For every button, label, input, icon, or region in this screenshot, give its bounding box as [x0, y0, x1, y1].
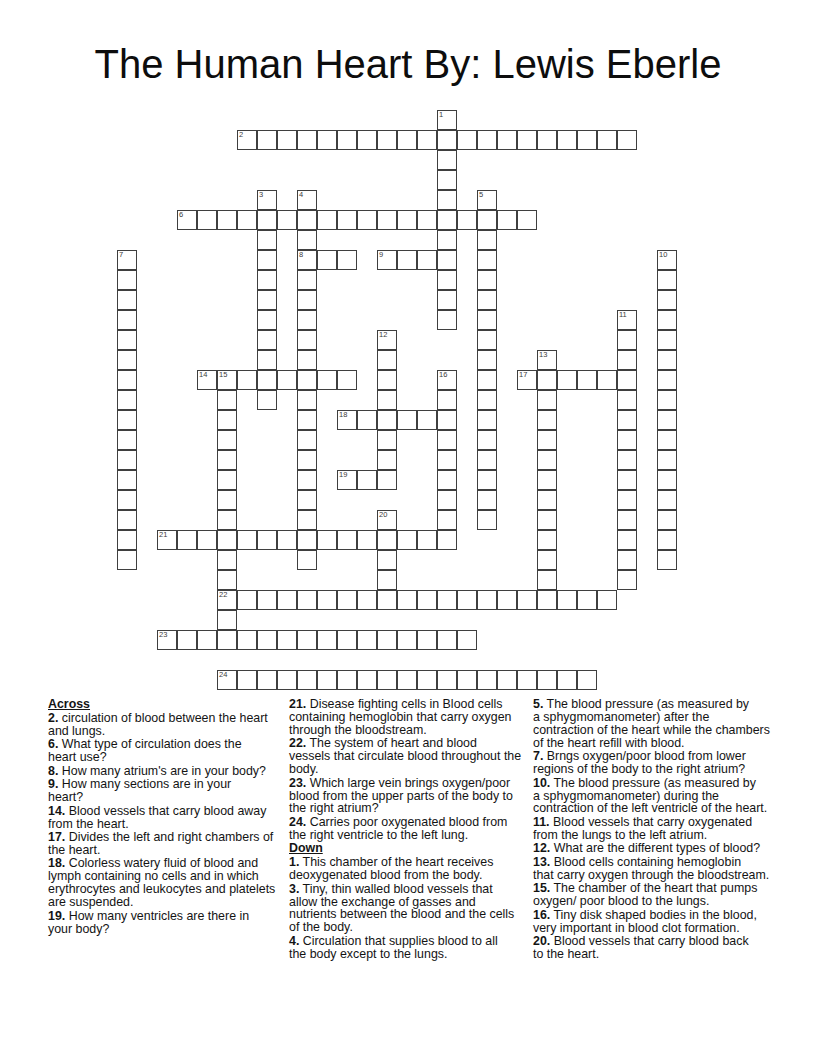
crossword-grid: 123456789101112131415161718192021222324	[117, 110, 678, 691]
grid-cell[interactable]	[617, 330, 637, 350]
grid-cell[interactable]: 24	[217, 670, 237, 690]
grid-cell[interactable]	[357, 410, 377, 430]
grid-cell[interactable]	[297, 510, 317, 530]
grid-cell[interactable]	[477, 450, 497, 470]
grid-cell[interactable]	[477, 290, 497, 310]
grid-cell[interactable]	[477, 670, 497, 690]
clue-text: Brngs oxygen/poor blood from lower regio…	[533, 749, 746, 776]
grid-cell[interactable]	[297, 270, 317, 290]
grid-cell[interactable]	[617, 450, 637, 470]
grid-cell[interactable]	[477, 210, 497, 230]
grid-cell[interactable]	[537, 490, 557, 510]
grid-cell[interactable]	[457, 130, 477, 150]
grid-cell[interactable]	[297, 210, 317, 230]
grid-cell[interactable]	[557, 590, 577, 610]
grid-cell[interactable]	[257, 250, 277, 270]
grid-cell[interactable]	[117, 530, 137, 550]
grid-cell[interactable]	[437, 150, 457, 170]
grid-cell[interactable]	[117, 430, 137, 450]
grid-cell[interactable]	[397, 630, 417, 650]
grid-cell[interactable]	[417, 590, 437, 610]
grid-cell[interactable]	[437, 310, 457, 330]
grid-cell[interactable]	[297, 130, 317, 150]
grid-cell[interactable]: 16	[437, 370, 457, 390]
grid-cell[interactable]	[417, 630, 437, 650]
grid-cell[interactable]	[257, 350, 277, 370]
grid-cell[interactable]	[257, 330, 277, 350]
grid-cell[interactable]	[397, 530, 417, 550]
grid-cell[interactable]	[437, 430, 457, 450]
grid-cell[interactable]	[597, 130, 617, 150]
clue-text: What are the different types of blood?	[554, 841, 760, 855]
grid-cell[interactable]	[257, 130, 277, 150]
clue-number: 12.	[533, 841, 550, 855]
grid-cell[interactable]	[297, 310, 317, 330]
grid-cell[interactable]	[437, 210, 457, 230]
grid-cell[interactable]: 23	[157, 630, 177, 650]
grid-cell[interactable]	[117, 390, 137, 410]
grid-cell[interactable]	[297, 630, 317, 650]
grid-cell[interactable]	[537, 530, 557, 550]
cell-number-label: 5	[479, 191, 483, 199]
grid-cell[interactable]	[217, 450, 237, 470]
grid-cell[interactable]	[557, 130, 577, 150]
grid-cell[interactable]	[277, 130, 297, 150]
grid-cell[interactable]	[657, 530, 677, 550]
grid-cell[interactable]	[537, 410, 557, 430]
grid-cell[interactable]	[617, 490, 637, 510]
grid-cell[interactable]	[377, 450, 397, 470]
clue-text: Blood vessels that carry blood back to t…	[533, 934, 749, 961]
grid-cell[interactable]	[357, 210, 377, 230]
grid-cell[interactable]	[297, 590, 317, 610]
grid-cell[interactable]	[437, 410, 457, 430]
grid-cell[interactable]	[337, 210, 357, 230]
grid-cell[interactable]	[297, 350, 317, 370]
grid-cell[interactable]	[257, 370, 277, 390]
grid-cell[interactable]	[437, 510, 457, 530]
grid-cell[interactable]	[377, 350, 397, 370]
grid-cell[interactable]	[117, 370, 137, 390]
grid-cell[interactable]	[217, 530, 237, 550]
clue-number: 18.	[48, 856, 65, 870]
grid-cell[interactable]	[437, 590, 457, 610]
clue-text: circulation of blood between the heart a…	[48, 711, 268, 738]
grid-cell[interactable]	[377, 470, 397, 490]
grid-cell[interactable]	[297, 410, 317, 430]
grid-cell[interactable]	[657, 550, 677, 570]
grid-cell[interactable]	[497, 130, 517, 150]
grid-cell[interactable]	[497, 590, 517, 610]
clue-number: 8.	[48, 764, 58, 778]
grid-cell[interactable]	[257, 270, 277, 290]
grid-cell[interactable]	[217, 610, 237, 630]
grid-cell[interactable]	[397, 590, 417, 610]
grid-cell[interactable]	[517, 670, 537, 690]
grid-cell[interactable]: 2	[237, 130, 257, 150]
grid-cell[interactable]	[457, 210, 477, 230]
cell-number-label: 14	[199, 371, 207, 379]
grid-cell[interactable]	[317, 590, 337, 610]
grid-cell[interactable]	[437, 490, 457, 510]
grid-cell[interactable]	[477, 270, 497, 290]
grid-cell[interactable]	[377, 390, 397, 410]
grid-cell[interactable]	[397, 250, 417, 270]
grid-cell[interactable]	[317, 630, 337, 650]
clue-across-22: 22. The system of heart and blood vessel…	[289, 737, 541, 776]
grid-cell[interactable]	[237, 670, 257, 690]
grid-cell[interactable]	[277, 210, 297, 230]
grid-cell[interactable]	[537, 450, 557, 470]
grid-cell[interactable]	[337, 250, 357, 270]
grid-cell[interactable]	[297, 490, 317, 510]
grid-cell[interactable]	[377, 370, 397, 390]
clue-text: Circulation that supplies blood to all t…	[289, 934, 498, 961]
grid-cell[interactable]	[257, 590, 277, 610]
grid-cell[interactable]	[497, 670, 517, 690]
grid-cell[interactable]	[657, 270, 677, 290]
grid-cell[interactable]	[337, 670, 357, 690]
grid-cell[interactable]	[117, 310, 137, 330]
grid-cell[interactable]: 8	[297, 250, 317, 270]
grid-cell[interactable]	[357, 470, 377, 490]
clue-text: Tiny, thin walled blood vessels that all…	[289, 882, 514, 935]
grid-cell[interactable]: 18	[337, 410, 357, 430]
grid-cell[interactable]	[257, 230, 277, 250]
grid-cell[interactable]	[477, 470, 497, 490]
grid-cell[interactable]	[517, 210, 537, 230]
grid-cell[interactable]	[437, 290, 457, 310]
grid-cell[interactable]	[437, 390, 457, 410]
grid-cell[interactable]: 9	[377, 250, 397, 270]
grid-cell[interactable]	[237, 370, 257, 390]
grid-cell[interactable]	[477, 490, 497, 510]
grid-cell[interactable]	[197, 630, 217, 650]
grid-cell[interactable]	[437, 130, 457, 150]
grid-cell[interactable]	[317, 130, 337, 150]
grid-cell[interactable]	[397, 670, 417, 690]
grid-cell[interactable]	[217, 490, 237, 510]
grid-cell[interactable]	[417, 130, 437, 150]
grid-cell[interactable]	[117, 350, 137, 370]
grid-cell[interactable]	[377, 630, 397, 650]
grid-cell[interactable]: 4	[297, 190, 317, 210]
grid-cell[interactable]	[337, 130, 357, 150]
grid-cell[interactable]	[117, 490, 137, 510]
clue-column-3: 5. The blood pressure (as measured by a …	[533, 698, 785, 961]
grid-cell[interactable]	[377, 670, 397, 690]
grid-cell[interactable]	[297, 370, 317, 390]
grid-cell[interactable]	[437, 250, 457, 270]
grid-cell[interactable]	[377, 130, 397, 150]
puzzle-title: The Human Heart By: Lewis Eberle	[0, 42, 816, 87]
grid-cell[interactable]	[297, 530, 317, 550]
grid-cell[interactable]	[297, 550, 317, 570]
grid-cell[interactable]	[117, 450, 137, 470]
grid-cell[interactable]	[297, 430, 317, 450]
grid-cell[interactable]	[377, 590, 397, 610]
grid-cell[interactable]	[657, 470, 677, 490]
grid-cell[interactable]	[477, 130, 497, 150]
grid-cell[interactable]	[597, 590, 617, 610]
grid-cell[interactable]: 21	[157, 530, 177, 550]
grid-cell[interactable]	[377, 410, 397, 430]
grid-cell[interactable]	[237, 590, 257, 610]
grid-cell[interactable]	[657, 490, 677, 510]
grid-cell[interactable]	[357, 590, 377, 610]
grid-cell[interactable]	[537, 470, 557, 490]
grid-cell[interactable]	[297, 390, 317, 410]
grid-cell[interactable]	[237, 630, 257, 650]
clue-text: The chamber of the heart that pumps oxyg…	[533, 881, 757, 908]
grid-cell[interactable]	[337, 590, 357, 610]
grid-cell[interactable]	[537, 510, 557, 530]
grid-cell[interactable]	[657, 290, 677, 310]
grid-cell[interactable]	[177, 630, 197, 650]
grid-cell[interactable]	[477, 410, 497, 430]
grid-cell[interactable]	[297, 470, 317, 490]
grid-cell[interactable]	[217, 470, 237, 490]
grid-cell[interactable]	[477, 590, 497, 610]
grid-cell[interactable]	[217, 570, 237, 590]
grid-cell[interactable]	[297, 450, 317, 470]
grid-cell[interactable]	[657, 450, 677, 470]
grid-cell[interactable]	[557, 370, 577, 390]
grid-cell[interactable]	[417, 250, 437, 270]
clue-down-10: 10. The blood pressure (as measured by a…	[533, 777, 785, 816]
grid-cell[interactable]	[317, 250, 337, 270]
cell-number-label: 17	[519, 371, 527, 379]
grid-cell[interactable]	[377, 550, 397, 570]
grid-cell[interactable]	[477, 230, 497, 250]
grid-cell[interactable]	[477, 350, 497, 370]
grid-cell[interactable]	[297, 330, 317, 350]
grid-cell[interactable]	[437, 470, 457, 490]
grid-cell[interactable]	[377, 210, 397, 230]
grid-cell[interactable]: 11	[617, 310, 637, 330]
grid-cell[interactable]	[477, 330, 497, 350]
grid-cell[interactable]	[517, 590, 537, 610]
grid-cell[interactable]	[217, 630, 237, 650]
grid-cell[interactable]	[657, 370, 677, 390]
grid-cell[interactable]	[437, 230, 457, 250]
clue-down-5: 5. The blood pressure (as measured by a …	[533, 698, 785, 750]
grid-cell[interactable]: 17	[517, 370, 537, 390]
grid-cell[interactable]	[477, 370, 497, 390]
clue-list-header: Down	[289, 842, 541, 855]
grid-cell[interactable]	[657, 430, 677, 450]
grid-cell[interactable]	[257, 390, 277, 410]
grid-cell[interactable]	[197, 210, 217, 230]
grid-cell[interactable]	[657, 350, 677, 370]
grid-cell[interactable]	[417, 670, 437, 690]
grid-cell[interactable]	[537, 670, 557, 690]
grid-cell[interactable]	[537, 130, 557, 150]
grid-cell[interactable]	[257, 530, 277, 550]
clue-down-12: 12. What are the different types of bloo…	[533, 842, 785, 855]
grid-cell[interactable]: 7	[117, 250, 137, 270]
grid-cell[interactable]	[617, 130, 637, 150]
clue-text: This chamber of the heart receives deoxy…	[289, 855, 493, 882]
grid-cell[interactable]	[217, 550, 237, 570]
grid-cell[interactable]	[477, 430, 497, 450]
grid-cell[interactable]	[217, 510, 237, 530]
grid-cell[interactable]	[417, 530, 437, 550]
grid-cell[interactable]	[437, 450, 457, 470]
grid-cell[interactable]: 6	[177, 210, 197, 230]
grid-cell[interactable]	[657, 410, 677, 430]
grid-cell[interactable]	[237, 530, 257, 550]
grid-cell[interactable]	[117, 410, 137, 430]
grid-cell[interactable]	[477, 310, 497, 330]
grid-cell[interactable]	[257, 630, 277, 650]
grid-cell[interactable]	[557, 670, 577, 690]
grid-cell[interactable]	[377, 530, 397, 550]
grid-cell[interactable]: 13	[537, 350, 557, 370]
grid-cell[interactable]	[417, 210, 437, 230]
grid-cell[interactable]	[477, 250, 497, 270]
grid-cell[interactable]	[517, 130, 537, 150]
grid-cell[interactable]	[277, 590, 297, 610]
grid-cell[interactable]	[277, 530, 297, 550]
grid-cell[interactable]: 1	[437, 110, 457, 130]
grid-cell[interactable]	[297, 230, 317, 250]
grid-cell[interactable]	[457, 590, 477, 610]
grid-cell[interactable]	[217, 390, 237, 410]
grid-cell[interactable]	[217, 410, 237, 430]
grid-cell[interactable]	[617, 430, 637, 450]
grid-cell[interactable]	[617, 550, 637, 570]
grid-cell[interactable]	[477, 390, 497, 410]
grid-cell[interactable]	[277, 630, 297, 650]
grid-cell[interactable]: 14	[197, 370, 217, 390]
grid-cell[interactable]	[617, 370, 637, 390]
clue-text: Carries poor oxygenated blood from the r…	[289, 815, 507, 842]
grid-cell[interactable]	[577, 590, 597, 610]
grid-cell[interactable]	[457, 670, 477, 690]
grid-cell[interactable]	[257, 310, 277, 330]
grid-cell[interactable]	[257, 290, 277, 310]
grid-cell[interactable]	[617, 510, 637, 530]
grid-cell[interactable]	[337, 370, 357, 390]
clue-across-8: 8. How many atrium's are in your body?	[48, 765, 300, 778]
grid-cell[interactable]	[337, 530, 357, 550]
grid-cell[interactable]	[357, 530, 377, 550]
grid-cell[interactable]: 15	[217, 370, 237, 390]
grid-cell[interactable]	[397, 130, 417, 150]
cell-number-label: 1	[439, 111, 443, 119]
cell-number-label: 15	[219, 371, 227, 379]
cell-number-label: 19	[339, 471, 347, 479]
grid-cell[interactable]	[297, 290, 317, 310]
grid-cell[interactable]	[217, 430, 237, 450]
grid-cell[interactable]	[537, 590, 557, 610]
grid-cell[interactable]	[437, 170, 457, 190]
grid-cell[interactable]	[617, 470, 637, 490]
grid-cell[interactable]	[537, 390, 557, 410]
grid-cell[interactable]	[357, 130, 377, 150]
grid-cell[interactable]	[237, 210, 257, 230]
grid-cell[interactable]	[197, 530, 217, 550]
grid-cell[interactable]	[337, 630, 357, 650]
grid-cell[interactable]	[457, 630, 477, 650]
grid-cell[interactable]	[617, 350, 637, 370]
grid-cell[interactable]	[437, 670, 457, 690]
grid-cell[interactable]: 3	[257, 190, 277, 210]
grid-cell[interactable]	[617, 390, 637, 410]
grid-cell[interactable]	[117, 470, 137, 490]
grid-cell[interactable]: 19	[337, 470, 357, 490]
clue-across-18: 18. Colorless watery fluid of blood and …	[48, 857, 300, 909]
grid-cell[interactable]	[117, 270, 137, 290]
grid-cell[interactable]	[317, 530, 337, 550]
grid-cell[interactable]	[577, 130, 597, 150]
grid-cell[interactable]	[617, 410, 637, 430]
grid-cell[interactable]	[117, 290, 137, 310]
grid-cell[interactable]	[537, 550, 557, 570]
clue-number: 6.	[48, 737, 58, 751]
grid-cell[interactable]	[657, 510, 677, 530]
grid-cell[interactable]	[257, 210, 277, 230]
grid-cell[interactable]	[437, 190, 457, 210]
grid-cell[interactable]	[657, 390, 677, 410]
grid-cell[interactable]	[257, 670, 277, 690]
grid-cell[interactable]	[317, 670, 337, 690]
grid-cell[interactable]	[497, 210, 517, 230]
grid-cell[interactable]	[437, 630, 457, 650]
grid-cell[interactable]: 20	[377, 510, 397, 530]
grid-cell[interactable]: 22	[217, 590, 237, 610]
grid-cell[interactable]: 12	[377, 330, 397, 350]
grid-cell[interactable]	[297, 670, 317, 690]
grid-cell[interactable]	[437, 530, 457, 550]
grid-cell[interactable]	[617, 570, 637, 590]
grid-cell[interactable]	[117, 330, 137, 350]
grid-cell[interactable]: 5	[477, 190, 497, 210]
grid-cell[interactable]	[177, 530, 197, 550]
grid-cell[interactable]	[377, 430, 397, 450]
clue-down-13: 13. Blood cells containing hemoglobin th…	[533, 856, 785, 882]
grid-cell[interactable]	[317, 210, 337, 230]
grid-cell[interactable]	[417, 410, 437, 430]
grid-cell[interactable]	[357, 630, 377, 650]
grid-cell[interactable]	[597, 370, 617, 390]
grid-cell[interactable]	[577, 670, 597, 690]
grid-cell[interactable]	[217, 210, 237, 230]
grid-cell[interactable]	[657, 330, 677, 350]
grid-cell[interactable]	[477, 510, 497, 530]
grid-cell[interactable]	[357, 670, 377, 690]
grid-cell[interactable]	[117, 510, 137, 530]
grid-cell[interactable]	[537, 370, 557, 390]
clue-number: 10.	[533, 776, 550, 790]
grid-cell[interactable]	[577, 370, 597, 390]
grid-cell[interactable]	[117, 550, 137, 570]
grid-cell[interactable]	[377, 570, 397, 590]
grid-cell[interactable]	[317, 370, 337, 390]
clue-number: 20.	[533, 934, 550, 948]
grid-cell[interactable]: 10	[657, 250, 677, 270]
grid-cell[interactable]	[397, 210, 417, 230]
grid-cell[interactable]	[657, 310, 677, 330]
grid-cell[interactable]	[277, 370, 297, 390]
grid-cell[interactable]	[617, 530, 637, 550]
grid-cell[interactable]	[437, 270, 457, 290]
grid-cell[interactable]	[277, 670, 297, 690]
grid-cell[interactable]	[397, 410, 417, 430]
grid-cell[interactable]	[537, 430, 557, 450]
grid-cell[interactable]	[537, 570, 557, 590]
